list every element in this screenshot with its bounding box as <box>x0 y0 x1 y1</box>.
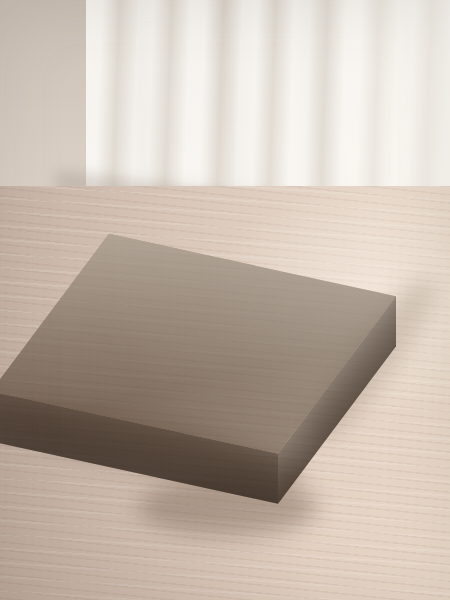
photo-scene <box>0 0 450 600</box>
